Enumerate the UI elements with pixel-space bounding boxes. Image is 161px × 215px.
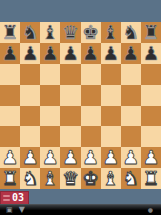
bottom-toolbar: ▣ ▼ ●	[0, 204, 161, 215]
down-arrow-icon[interactable]: ▼	[19, 206, 25, 214]
piece-black-pawn: ♟	[22, 43, 39, 62]
square-f8[interactable]: ♝	[101, 22, 121, 43]
piece-black-bishop: ♝	[102, 22, 119, 41]
square-h8[interactable]: ♜	[141, 22, 161, 43]
piece-white-pawn: ♟	[122, 148, 139, 167]
square-b1[interactable]: ♞	[20, 168, 40, 189]
piece-black-bishop: ♝	[42, 22, 59, 41]
square-f1[interactable]: ♝	[101, 168, 121, 189]
piece-white-knight: ♞	[22, 169, 39, 188]
piece-white-pawn: ♟	[62, 148, 79, 167]
square-c5[interactable]	[40, 85, 60, 106]
square-a4[interactable]	[0, 106, 20, 127]
square-c7[interactable]: ♟	[40, 43, 60, 64]
square-a8[interactable]: ♜	[0, 22, 20, 43]
piece-black-queen: ♛	[62, 22, 79, 41]
square-c3[interactable]	[40, 126, 60, 147]
square-f2[interactable]: ♟	[101, 147, 121, 168]
square-e6[interactable]	[81, 64, 101, 85]
square-e2[interactable]: ♟	[81, 147, 101, 168]
piece-black-pawn: ♟	[62, 43, 79, 62]
square-f6[interactable]	[101, 64, 121, 85]
square-c6[interactable]	[40, 64, 60, 85]
square-a1[interactable]: ♜	[0, 168, 20, 189]
chess-app: ♜♞♝♛♚♝♞♜♟♟♟♟♟♟♟♟♟♟♟♟♟♟♟♟♜♞♝♛♚♝♞♜ 03 ▣ ▼ …	[0, 0, 161, 215]
square-e1[interactable]: ♚	[81, 168, 101, 189]
square-f5[interactable]	[101, 85, 121, 106]
window-icon[interactable]: ▣	[6, 207, 13, 214]
square-a6[interactable]	[0, 64, 20, 85]
square-h1[interactable]: ♜	[141, 168, 161, 189]
piece-black-rook: ♜	[2, 22, 19, 41]
square-a3[interactable]	[0, 126, 20, 147]
square-d3[interactable]	[60, 126, 80, 147]
level-bars-icon	[3, 195, 10, 201]
square-c2[interactable]: ♟	[40, 147, 60, 168]
status-dot-icon[interactable]: ●	[148, 207, 153, 213]
square-d2[interactable]: ♟	[60, 147, 80, 168]
square-g4[interactable]	[121, 106, 141, 127]
piece-white-queen: ♛	[62, 169, 79, 188]
square-h2[interactable]: ♟	[141, 147, 161, 168]
square-b2[interactable]: ♟	[20, 147, 40, 168]
piece-black-pawn: ♟	[2, 43, 19, 62]
square-b3[interactable]	[20, 126, 40, 147]
square-b7[interactable]: ♟	[20, 43, 40, 64]
piece-white-bishop: ♝	[102, 169, 119, 188]
piece-white-king: ♚	[82, 169, 99, 188]
square-h5[interactable]	[141, 85, 161, 106]
status-bar: 03	[0, 189, 161, 204]
level-value: 03	[12, 193, 24, 203]
square-d5[interactable]	[60, 85, 80, 106]
chess-board: ♜♞♝♛♚♝♞♜♟♟♟♟♟♟♟♟♟♟♟♟♟♟♟♟♜♞♝♛♚♝♞♜	[0, 22, 161, 189]
square-g8[interactable]: ♞	[121, 22, 141, 43]
square-f4[interactable]	[101, 106, 121, 127]
square-f3[interactable]	[101, 126, 121, 147]
square-e3[interactable]	[81, 126, 101, 147]
piece-black-knight: ♞	[22, 22, 39, 41]
square-e5[interactable]	[81, 85, 101, 106]
square-b6[interactable]	[20, 64, 40, 85]
square-c4[interactable]	[40, 106, 60, 127]
piece-white-knight: ♞	[122, 169, 139, 188]
square-d1[interactable]: ♛	[60, 168, 80, 189]
piece-black-pawn: ♟	[142, 43, 159, 62]
square-a7[interactable]: ♟	[0, 43, 20, 64]
level-badge[interactable]: 03	[0, 191, 29, 204]
piece-white-pawn: ♟	[82, 148, 99, 167]
piece-white-bishop: ♝	[42, 169, 59, 188]
square-d6[interactable]	[60, 64, 80, 85]
square-g7[interactable]: ♟	[121, 43, 141, 64]
square-g5[interactable]	[121, 85, 141, 106]
square-g1[interactable]: ♞	[121, 168, 141, 189]
square-a2[interactable]: ♟	[0, 147, 20, 168]
square-a5[interactable]	[0, 85, 20, 106]
square-b5[interactable]	[20, 85, 40, 106]
piece-white-pawn: ♟	[22, 148, 39, 167]
square-e4[interactable]	[81, 106, 101, 127]
square-b8[interactable]: ♞	[20, 22, 40, 43]
square-d4[interactable]	[60, 106, 80, 127]
square-h7[interactable]: ♟	[141, 43, 161, 64]
square-f7[interactable]: ♟	[101, 43, 121, 64]
square-c8[interactable]: ♝	[40, 22, 60, 43]
piece-black-king: ♚	[82, 22, 99, 41]
square-b4[interactable]	[20, 106, 40, 127]
piece-black-pawn: ♟	[102, 43, 119, 62]
piece-black-pawn: ♟	[122, 43, 139, 62]
square-e8[interactable]: ♚	[81, 22, 101, 43]
piece-white-pawn: ♟	[102, 148, 119, 167]
square-g3[interactable]	[121, 126, 141, 147]
square-e7[interactable]: ♟	[81, 43, 101, 64]
piece-black-knight: ♞	[122, 22, 139, 41]
piece-black-pawn: ♟	[82, 43, 99, 62]
header-band	[0, 0, 161, 22]
square-h4[interactable]	[141, 106, 161, 127]
piece-white-pawn: ♟	[2, 148, 19, 167]
piece-white-rook: ♜	[2, 169, 19, 188]
piece-white-pawn: ♟	[142, 148, 159, 167]
square-c1[interactable]: ♝	[40, 168, 60, 189]
square-d8[interactable]: ♛	[60, 22, 80, 43]
piece-white-pawn: ♟	[42, 148, 59, 167]
piece-white-rook: ♜	[142, 169, 159, 188]
square-g6[interactable]	[121, 64, 141, 85]
square-h6[interactable]	[141, 64, 161, 85]
square-d7[interactable]: ♟	[60, 43, 80, 64]
piece-black-rook: ♜	[142, 22, 159, 41]
square-h3[interactable]	[141, 126, 161, 147]
piece-black-pawn: ♟	[42, 43, 59, 62]
square-g2[interactable]: ♟	[121, 147, 141, 168]
